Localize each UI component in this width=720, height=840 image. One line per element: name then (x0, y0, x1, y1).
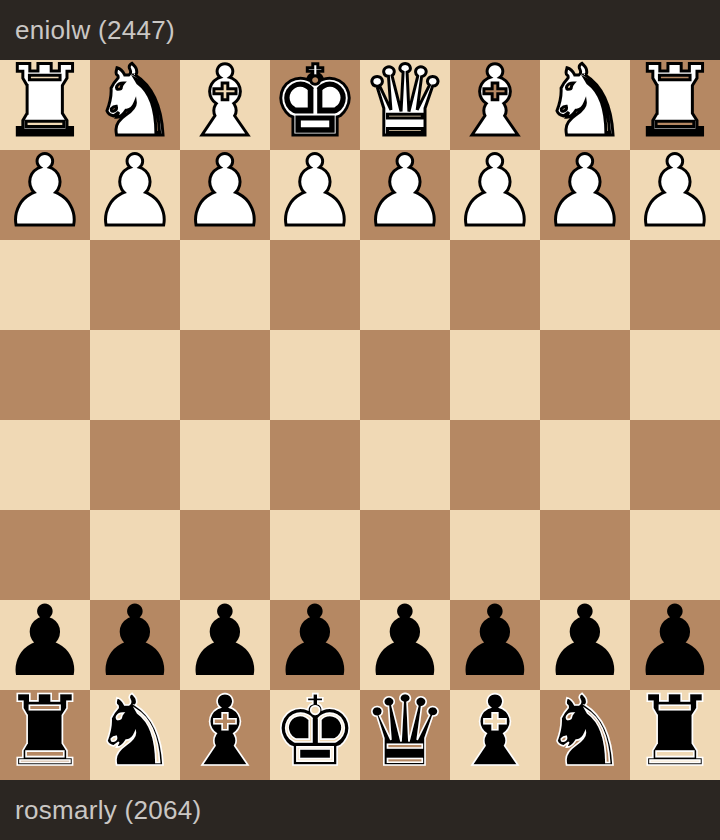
square-d2[interactable]: ♟ (360, 150, 450, 240)
square-b2[interactable]: ♟ (540, 150, 630, 240)
square-c4[interactable] (450, 330, 540, 420)
square-d3[interactable] (360, 240, 450, 330)
square-e3[interactable] (270, 240, 360, 330)
square-e2[interactable]: ♟ (270, 150, 360, 240)
square-g4[interactable] (90, 330, 180, 420)
square-d8[interactable]: ♛ (360, 690, 450, 780)
square-h2[interactable]: ♟ (0, 150, 90, 240)
bottom-player-name[interactable]: rosmarly (2064) (15, 795, 202, 826)
piece-black-knight[interactable]: ♞ (541, 682, 629, 780)
square-h5[interactable] (0, 420, 90, 510)
bottom-player-bar: rosmarly (2064) (0, 780, 720, 840)
square-c5[interactable] (450, 420, 540, 510)
piece-white-pawn[interactable]: ♟ (361, 142, 449, 240)
square-a5[interactable] (630, 420, 720, 510)
square-f2[interactable]: ♟ (180, 150, 270, 240)
square-f4[interactable] (180, 330, 270, 420)
square-g8[interactable]: ♞ (90, 690, 180, 780)
chess-board: ♜♞♝♚♛♝♞♜♟♟♟♟♟♟♟♟♟♟♟♟♟♟♟♟♜♞♝♚♛♝♞♜ (0, 60, 720, 780)
square-d4[interactable] (360, 330, 450, 420)
square-a8[interactable]: ♜ (630, 690, 720, 780)
square-e5[interactable] (270, 420, 360, 510)
square-f3[interactable] (180, 240, 270, 330)
square-f5[interactable] (180, 420, 270, 510)
chess-app: eniolw (2447) ♜♞♝♚♛♝♞♜♟♟♟♟♟♟♟♟♟♟♟♟♟♟♟♟♜♞… (0, 0, 720, 840)
square-c8[interactable]: ♝ (450, 690, 540, 780)
square-h3[interactable] (0, 240, 90, 330)
square-b4[interactable] (540, 330, 630, 420)
piece-white-pawn[interactable]: ♟ (91, 142, 179, 240)
square-c3[interactable] (450, 240, 540, 330)
square-g5[interactable] (90, 420, 180, 510)
piece-white-pawn[interactable]: ♟ (271, 142, 359, 240)
square-a2[interactable]: ♟ (630, 150, 720, 240)
piece-black-rook[interactable]: ♜ (631, 682, 719, 780)
piece-white-pawn[interactable]: ♟ (451, 142, 539, 240)
top-player-name[interactable]: eniolw (2447) (15, 15, 175, 46)
square-h4[interactable] (0, 330, 90, 420)
square-a3[interactable] (630, 240, 720, 330)
square-e8[interactable]: ♚ (270, 690, 360, 780)
piece-white-pawn[interactable]: ♟ (541, 142, 629, 240)
square-g3[interactable] (90, 240, 180, 330)
square-b8[interactable]: ♞ (540, 690, 630, 780)
piece-white-pawn[interactable]: ♟ (181, 142, 269, 240)
square-e4[interactable] (270, 330, 360, 420)
square-h8[interactable]: ♜ (0, 690, 90, 780)
piece-white-pawn[interactable]: ♟ (1, 142, 89, 240)
piece-white-pawn[interactable]: ♟ (631, 142, 719, 240)
piece-black-bishop[interactable]: ♝ (451, 682, 539, 780)
square-b5[interactable] (540, 420, 630, 510)
piece-black-queen[interactable]: ♛ (361, 682, 449, 780)
square-c2[interactable]: ♟ (450, 150, 540, 240)
square-b3[interactable] (540, 240, 630, 330)
square-f8[interactable]: ♝ (180, 690, 270, 780)
piece-black-king[interactable]: ♚ (271, 682, 359, 780)
piece-black-bishop[interactable]: ♝ (181, 682, 269, 780)
piece-black-knight[interactable]: ♞ (91, 682, 179, 780)
square-d5[interactable] (360, 420, 450, 510)
piece-black-rook[interactable]: ♜ (1, 682, 89, 780)
square-g2[interactable]: ♟ (90, 150, 180, 240)
square-a4[interactable] (630, 330, 720, 420)
